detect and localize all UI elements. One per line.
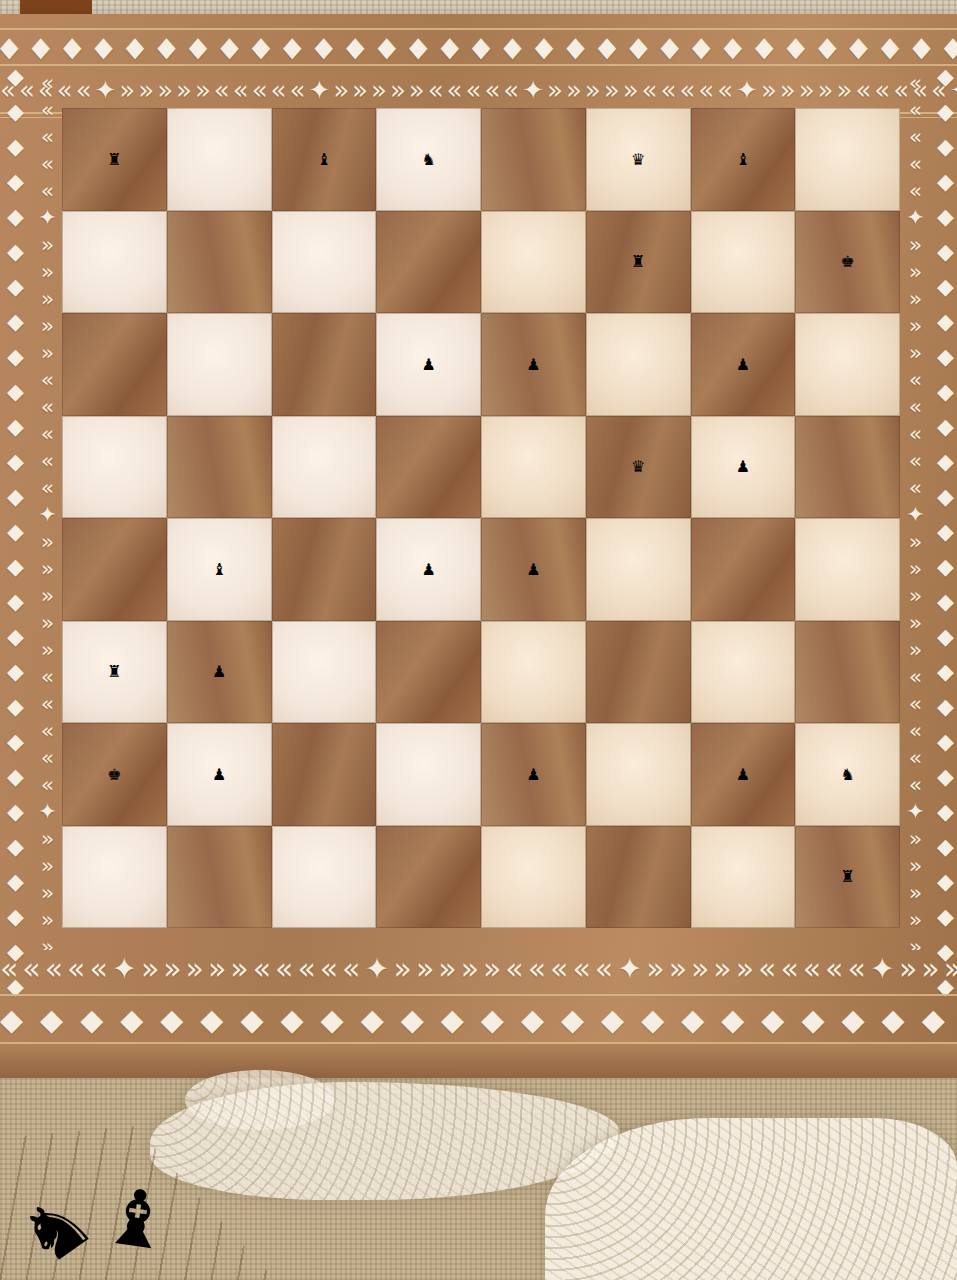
diamond-inlay-band-bottom: ◆◆◆◆◆◆◆◆◆◆◆◆◆◆◆◆◆◆◆◆◆◆◆◆◆◆◆◆ <box>0 1000 957 1040</box>
leaf-inlay-band-right: «««««✦»»»»»«««««✦»»»»»«««««✦»»»»»«««««✦»… <box>898 70 932 950</box>
inlay-line <box>0 64 957 66</box>
photo: ◆◆◆◆◆◆◆◆◆◆◆◆◆◆◆◆◆◆◆◆◆◆◆◆◆◆◆◆◆◆◆◆◆◆ «««««… <box>0 0 957 1280</box>
square-r1c8[interactable] <box>795 108 900 211</box>
square-r4c6[interactable]: ♛ <box>586 416 691 519</box>
piece-white-rook[interactable]: ♜ <box>107 150 121 169</box>
piece-white-pawn[interactable]: ♟ <box>421 355 435 374</box>
square-r8c2[interactable] <box>167 826 272 929</box>
piece-black-bishop[interactable]: ♝ <box>736 150 750 169</box>
square-r4c5[interactable] <box>481 416 586 519</box>
square-r1c5[interactable] <box>481 108 586 211</box>
square-r8c7[interactable] <box>691 826 796 929</box>
piece-black-pawn[interactable]: ♟ <box>526 765 540 784</box>
square-r7c8[interactable]: ♞ <box>795 723 900 826</box>
piece-black-pawn[interactable]: ♟ <box>526 355 540 374</box>
piece-black-pawn[interactable]: ♟ <box>526 560 540 579</box>
square-r1c6[interactable]: ♛ <box>586 108 691 211</box>
square-r7c7[interactable]: ♟ <box>691 723 796 826</box>
piece-black-pawn[interactable]: ♟ <box>736 765 750 784</box>
square-r4c7[interactable]: ♟ <box>691 416 796 519</box>
square-r1c7[interactable]: ♝ <box>691 108 796 211</box>
piece-white-rook[interactable]: ♜ <box>107 662 121 681</box>
lace-doily <box>545 1118 957 1280</box>
square-r7c5[interactable]: ♟ <box>481 723 586 826</box>
square-r6c2[interactable]: ♟ <box>167 621 272 724</box>
square-r5c7[interactable] <box>691 518 796 621</box>
square-r5c6[interactable] <box>586 518 691 621</box>
piece-black-king[interactable]: ♚ <box>840 252 854 271</box>
captured-piece-black-bishop[interactable]: ♝ <box>97 1176 177 1263</box>
piece-black-queen[interactable]: ♛ <box>631 150 645 169</box>
square-r3c1[interactable] <box>62 313 167 416</box>
square-r5c8[interactable] <box>795 518 900 621</box>
square-r1c3[interactable]: ♝ <box>272 108 377 211</box>
square-r7c2[interactable]: ♟ <box>167 723 272 826</box>
inlay-line <box>0 994 957 996</box>
leaf-inlay-band-top: «««««✦»»»»»«««««✦»»»»»«««««✦»»»»»«««««✦»… <box>0 70 957 110</box>
square-r3c6[interactable] <box>586 313 691 416</box>
square-r2c7[interactable] <box>691 211 796 314</box>
square-r2c2[interactable] <box>167 211 272 314</box>
piece-white-king[interactable]: ♚ <box>107 765 121 784</box>
square-r6c8[interactable] <box>795 621 900 724</box>
square-r6c3[interactable] <box>272 621 377 724</box>
piece-white-pawn[interactable]: ♟ <box>212 662 226 681</box>
square-r8c4[interactable] <box>376 826 481 929</box>
square-r7c4[interactable] <box>376 723 481 826</box>
square-r8c3[interactable] <box>272 826 377 929</box>
square-r2c6[interactable]: ♜ <box>586 211 691 314</box>
square-r2c3[interactable] <box>272 211 377 314</box>
piece-black-rook[interactable]: ♜ <box>631 252 645 271</box>
square-r4c8[interactable] <box>795 416 900 519</box>
diamond-inlay-band-top: ◆◆◆◆◆◆◆◆◆◆◆◆◆◆◆◆◆◆◆◆◆◆◆◆◆◆◆◆◆◆◆◆◆◆ <box>0 30 957 65</box>
square-r8c1[interactable] <box>62 826 167 929</box>
square-r2c5[interactable] <box>481 211 586 314</box>
square-r6c4[interactable] <box>376 621 481 724</box>
square-r2c4[interactable] <box>376 211 481 314</box>
square-r3c3[interactable] <box>272 313 377 416</box>
square-r5c5[interactable]: ♟ <box>481 518 586 621</box>
square-r7c3[interactable] <box>272 723 377 826</box>
piece-white-queen[interactable]: ♛ <box>631 457 645 476</box>
square-r7c1[interactable]: ♚ <box>62 723 167 826</box>
piece-white-bishop[interactable]: ♝ <box>212 560 226 579</box>
square-r8c5[interactable] <box>481 826 586 929</box>
piece-black-pawn[interactable]: ♟ <box>736 457 750 476</box>
diamond-inlay-band-left: ◆◆◆◆◆◆◆◆◆◆◆◆◆◆◆◆◆◆◆◆◆◆◆◆◆◆◆◆◆◆ <box>0 64 30 1004</box>
square-r7c6[interactable] <box>586 723 691 826</box>
square-r1c1[interactable]: ♜ <box>62 108 167 211</box>
board-grid: ♜♝♞♛♝♜♚♟♟♟♛♟♝♟♟♜♟♚♟♟♟♞♜ <box>62 108 900 928</box>
square-r1c2[interactable] <box>167 108 272 211</box>
square-r6c5[interactable] <box>481 621 586 724</box>
diamond-inlay-band-right: ◆◆◆◆◆◆◆◆◆◆◆◆◆◆◆◆◆◆◆◆◆◆◆◆◆◆◆◆◆◆ <box>932 64 957 1004</box>
square-r5c2[interactable]: ♝ <box>167 518 272 621</box>
square-r6c7[interactable] <box>691 621 796 724</box>
piece-white-pawn[interactable]: ♟ <box>212 765 226 784</box>
square-r6c1[interactable]: ♜ <box>62 621 167 724</box>
square-r4c3[interactable] <box>272 416 377 519</box>
square-r3c8[interactable] <box>795 313 900 416</box>
piece-black-pawn[interactable]: ♟ <box>736 355 750 374</box>
square-r2c1[interactable] <box>62 211 167 314</box>
square-r5c4[interactable]: ♟ <box>376 518 481 621</box>
square-r1c4[interactable]: ♞ <box>376 108 481 211</box>
leaf-inlay-band-bottom: «««««✦»»»»»«««««✦»»»»»«««««✦»»»»»«««««✦»… <box>0 946 957 992</box>
square-r8c8[interactable]: ♜ <box>795 826 900 929</box>
square-r4c4[interactable] <box>376 416 481 519</box>
piece-black-knight[interactable]: ♞ <box>840 765 854 784</box>
square-r8c6[interactable] <box>586 826 691 929</box>
square-r4c2[interactable] <box>167 416 272 519</box>
square-r3c4[interactable]: ♟ <box>376 313 481 416</box>
square-r2c8[interactable]: ♚ <box>795 211 900 314</box>
piece-black-rook[interactable]: ♜ <box>840 867 854 886</box>
square-r6c6[interactable] <box>586 621 691 724</box>
piece-white-knight[interactable]: ♞ <box>421 150 435 169</box>
piece-white-bishop[interactable]: ♝ <box>317 150 331 169</box>
square-r5c1[interactable] <box>62 518 167 621</box>
piece-white-pawn[interactable]: ♟ <box>421 560 435 579</box>
leaf-inlay-band-left: «««««✦»»»»»«««««✦»»»»»«««««✦»»»»»«««««✦»… <box>30 70 64 950</box>
square-r4c1[interactable] <box>62 416 167 519</box>
square-r3c7[interactable]: ♟ <box>691 313 796 416</box>
floor-sliver <box>20 0 92 14</box>
square-r3c5[interactable]: ♟ <box>481 313 586 416</box>
square-r3c2[interactable] <box>167 313 272 416</box>
square-r5c3[interactable] <box>272 518 377 621</box>
